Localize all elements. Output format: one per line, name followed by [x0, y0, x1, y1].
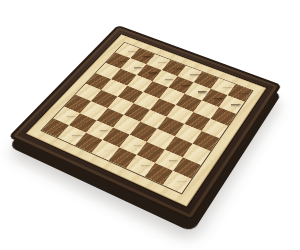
piece-black-pawn-h7[interactable]: ♟ — [220, 81, 244, 108]
product-photo: ♜♞♝♛♚♝♞♜♟♟♟♟♟♟♟♟♟♟♟♟♟♟♟♟♜♞♝♛♚♝♞♜ — [0, 0, 300, 250]
piece-white-rook-h1[interactable]: ♜ — [163, 154, 192, 186]
chess-box-frame: ♜♞♝♛♚♝♞♜♟♟♟♟♟♟♟♟♟♟♟♟♟♟♟♟♜♞♝♛♚♝♞♜ — [8, 25, 282, 222]
